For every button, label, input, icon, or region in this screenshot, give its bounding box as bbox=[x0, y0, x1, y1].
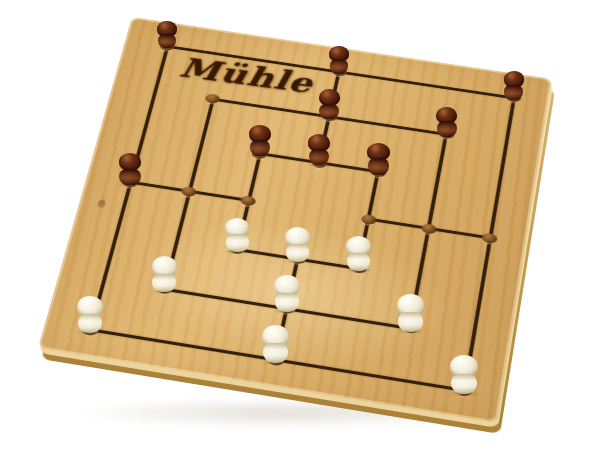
product-photo: Mühle bbox=[0, 0, 600, 450]
peg-body bbox=[250, 140, 271, 156]
peg-dark-d5[interactable] bbox=[307, 134, 331, 165]
peg-body bbox=[226, 234, 249, 252]
peg-light-f2[interactable] bbox=[396, 294, 425, 331]
peg-body bbox=[347, 253, 370, 271]
peg-body bbox=[368, 158, 389, 174]
peg-light-b2[interactable] bbox=[150, 256, 178, 292]
peg-body bbox=[152, 274, 176, 293]
peg-body bbox=[398, 312, 423, 331]
peg-dark-c5[interactable] bbox=[248, 125, 272, 156]
peg-dark-d6[interactable] bbox=[318, 89, 341, 119]
point-f4[interactable] bbox=[394, 200, 464, 258]
hole-icon bbox=[181, 186, 198, 198]
peg-body bbox=[119, 169, 140, 186]
hole-icon bbox=[421, 223, 438, 235]
peg-dark-e5[interactable] bbox=[366, 143, 390, 175]
peg-body bbox=[275, 293, 299, 312]
point-b6[interactable] bbox=[178, 72, 247, 126]
peg-body bbox=[263, 343, 289, 363]
peg-light-c3[interactable] bbox=[224, 218, 251, 252]
peg-body bbox=[437, 121, 457, 137]
peg-dark-a7[interactable] bbox=[157, 21, 178, 48]
peg-light-e3[interactable] bbox=[345, 236, 372, 271]
peg-light-d1[interactable] bbox=[261, 325, 291, 364]
peg-body bbox=[286, 244, 309, 262]
peg-body bbox=[78, 314, 103, 333]
peg-light-d2[interactable] bbox=[273, 275, 301, 312]
peg-dark-g7[interactable] bbox=[503, 71, 525, 100]
peg-light-a1[interactable] bbox=[75, 296, 104, 333]
hole-icon bbox=[482, 232, 498, 244]
peg-dark-d7[interactable] bbox=[328, 46, 350, 74]
hole-icon bbox=[240, 195, 257, 207]
peg-body bbox=[330, 59, 349, 74]
peg-body bbox=[504, 85, 523, 100]
hole-icon bbox=[205, 94, 221, 105]
peg-body bbox=[319, 104, 339, 119]
peg-light-g1[interactable] bbox=[449, 355, 480, 395]
peg-body bbox=[158, 34, 176, 48]
point-g4[interactable] bbox=[455, 209, 524, 267]
peg-body bbox=[309, 149, 330, 165]
hole-icon bbox=[360, 214, 377, 226]
peg-body bbox=[451, 374, 477, 395]
peg-light-d3[interactable] bbox=[284, 227, 311, 262]
peg-dark-f6[interactable] bbox=[435, 107, 458, 137]
peg-dark-a4[interactable] bbox=[118, 153, 143, 185]
